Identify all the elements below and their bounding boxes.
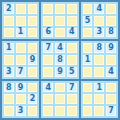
cell-r5c4[interactable] <box>43 55 53 65</box>
cell-r7c3[interactable] <box>28 83 38 93</box>
cell-r6c6[interactable]: 5 <box>67 67 77 77</box>
cell-r1c5[interactable] <box>55 4 65 14</box>
cell-r6c3[interactable] <box>28 67 38 77</box>
cell-r9c3[interactable] <box>28 106 38 116</box>
cell-r3c8[interactable]: 3 <box>94 28 104 38</box>
cell-r8c4[interactable] <box>43 94 53 104</box>
cell-r9c9[interactable]: 7 <box>106 106 116 116</box>
cell-r5c2[interactable] <box>16 55 26 65</box>
cell-r5c5[interactable]: 8 <box>55 55 65 65</box>
cell-r9c1[interactable] <box>4 106 14 116</box>
sudoku-board: 21644538193774895891489234717 <box>0 0 120 120</box>
cell-r3c2[interactable]: 1 <box>16 28 26 38</box>
cell-r8c5[interactable] <box>55 94 65 104</box>
cell-r7c2[interactable]: 9 <box>16 83 26 93</box>
cell-r6c9[interactable]: 4 <box>106 67 116 77</box>
cell-r7c4[interactable]: 4 <box>43 83 53 93</box>
cell-r3c4[interactable]: 6 <box>43 28 53 38</box>
cell-r3c1[interactable] <box>4 28 14 38</box>
cell-r8c7[interactable] <box>83 94 93 104</box>
cell-r1c9[interactable] <box>106 4 116 14</box>
box-r2c3: 8914 <box>81 41 118 78</box>
cell-r6c4[interactable] <box>43 67 53 77</box>
cell-r5c1[interactable] <box>4 55 14 65</box>
cell-r6c8[interactable] <box>94 67 104 77</box>
box-r3c2: 47 <box>41 81 78 118</box>
cell-r8c9[interactable] <box>106 94 116 104</box>
cell-r7c7[interactable] <box>83 83 93 93</box>
cell-r6c2[interactable]: 7 <box>16 67 26 77</box>
cell-r5c7[interactable]: 1 <box>83 55 93 65</box>
cell-r8c1[interactable] <box>4 94 14 104</box>
cell-r9c6[interactable] <box>67 106 77 116</box>
cell-r2c2[interactable] <box>16 16 26 26</box>
cell-r2c6[interactable] <box>67 16 77 26</box>
box-r2c1: 1937 <box>2 41 39 78</box>
box-r3c1: 8923 <box>2 81 39 118</box>
cell-r7c9[interactable] <box>106 83 116 93</box>
cell-r6c5[interactable]: 9 <box>55 67 65 77</box>
box-r1c1: 21 <box>2 2 39 39</box>
cell-r2c1[interactable] <box>4 16 14 26</box>
box-r2c2: 74895 <box>41 41 78 78</box>
cell-r2c9[interactable] <box>106 16 116 26</box>
cell-r1c2[interactable] <box>16 4 26 14</box>
cell-r4c1[interactable]: 1 <box>4 43 14 53</box>
cell-r3c9[interactable]: 8 <box>106 28 116 38</box>
cell-r4c7[interactable] <box>83 43 93 53</box>
box-r1c3: 4538 <box>81 2 118 39</box>
cell-r8c2[interactable] <box>16 94 26 104</box>
cell-r8c6[interactable] <box>67 94 77 104</box>
cell-r4c8[interactable]: 8 <box>94 43 104 53</box>
cell-r8c3[interactable]: 2 <box>28 94 38 104</box>
cell-r3c6[interactable]: 4 <box>67 28 77 38</box>
cell-r5c6[interactable] <box>67 55 77 65</box>
cell-r3c5[interactable] <box>55 28 65 38</box>
cell-r2c3[interactable] <box>28 16 38 26</box>
cell-r7c5[interactable] <box>55 83 65 93</box>
cell-r4c5[interactable]: 4 <box>55 43 65 53</box>
cell-r7c8[interactable]: 1 <box>94 83 104 93</box>
cell-r4c9[interactable]: 9 <box>106 43 116 53</box>
cell-r1c4[interactable] <box>43 4 53 14</box>
cell-r6c1[interactable]: 3 <box>4 67 14 77</box>
cell-r7c6[interactable]: 7 <box>67 83 77 93</box>
cell-r3c3[interactable] <box>28 28 38 38</box>
cell-r9c2[interactable]: 3 <box>16 106 26 116</box>
cell-r6c7[interactable] <box>83 67 93 77</box>
box-r1c2: 64 <box>41 2 78 39</box>
cell-r8c8[interactable] <box>94 94 104 104</box>
cell-r1c6[interactable] <box>67 4 77 14</box>
cell-r2c8[interactable] <box>94 16 104 26</box>
cell-r4c4[interactable]: 7 <box>43 43 53 53</box>
cell-r4c6[interactable] <box>67 43 77 53</box>
cell-r4c2[interactable] <box>16 43 26 53</box>
cell-r5c9[interactable] <box>106 55 116 65</box>
cell-r7c1[interactable]: 8 <box>4 83 14 93</box>
cell-r9c7[interactable] <box>83 106 93 116</box>
cell-r3c7[interactable] <box>83 28 93 38</box>
cell-r2c7[interactable]: 5 <box>83 16 93 26</box>
cell-r4c3[interactable] <box>28 43 38 53</box>
cell-r1c1[interactable]: 2 <box>4 4 14 14</box>
cell-r2c4[interactable] <box>43 16 53 26</box>
cell-r9c5[interactable] <box>55 106 65 116</box>
box-r3c3: 17 <box>81 81 118 118</box>
cell-r2c5[interactable] <box>55 16 65 26</box>
cell-r1c8[interactable]: 4 <box>94 4 104 14</box>
cell-r1c3[interactable] <box>28 4 38 14</box>
cell-r9c4[interactable] <box>43 106 53 116</box>
cell-r5c3[interactable]: 9 <box>28 55 38 65</box>
cell-r1c7[interactable] <box>83 4 93 14</box>
cell-r5c8[interactable] <box>94 55 104 65</box>
cell-r9c8[interactable] <box>94 106 104 116</box>
